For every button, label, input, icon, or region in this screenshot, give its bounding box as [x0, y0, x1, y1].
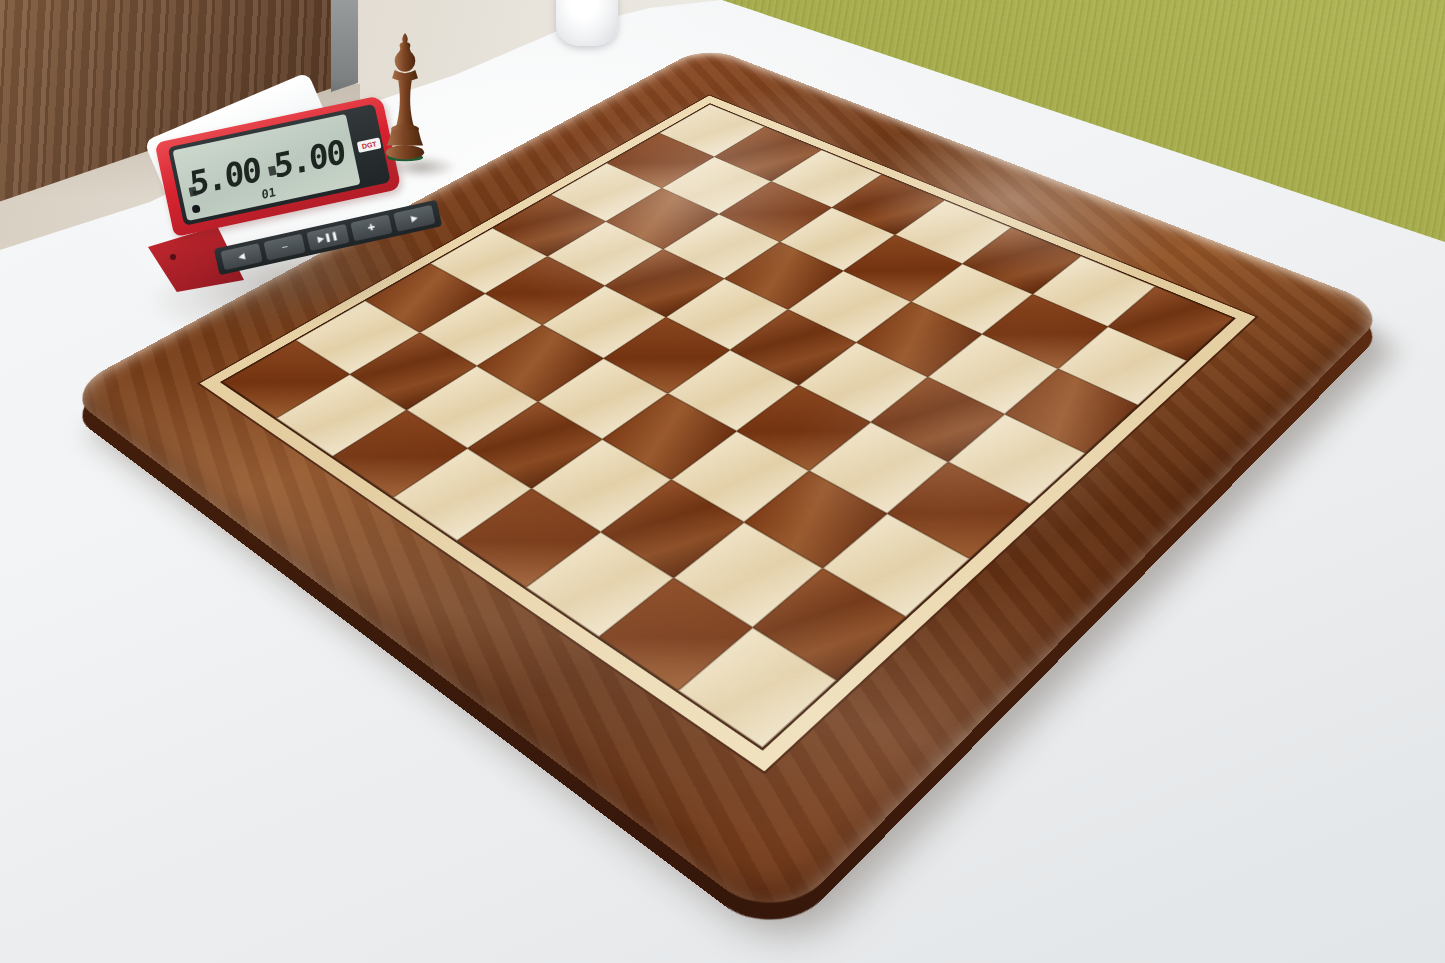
white-cup: [556, 0, 618, 46]
screw-hole-icon: [170, 254, 176, 260]
option-number: 01: [261, 185, 276, 202]
back-button[interactable]: ◀: [221, 243, 263, 270]
left-player-time: 5.00: [188, 149, 261, 203]
cabinet-edge: [331, 0, 358, 92]
minus-button[interactable]: −: [264, 234, 306, 261]
indicator-dot: [191, 204, 200, 213]
plus-button[interactable]: ✚: [350, 214, 392, 241]
king-silhouette: [374, 22, 436, 174]
wooden-king-piece[interactable]: [374, 22, 444, 180]
right-player-time: 5.00: [272, 132, 345, 186]
forward-button[interactable]: ▶: [393, 205, 435, 232]
play-pause-button[interactable]: ▶❚❚: [307, 224, 349, 251]
